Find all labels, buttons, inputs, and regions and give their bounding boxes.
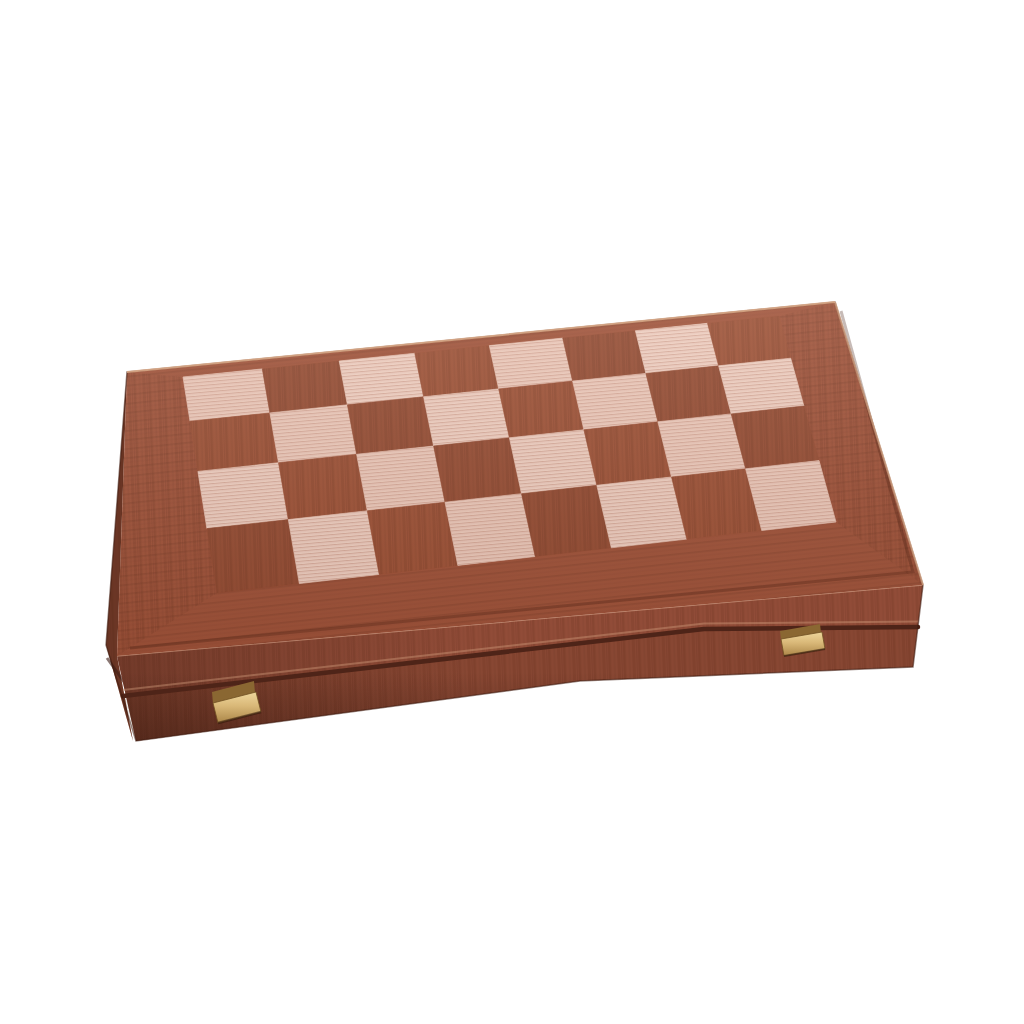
product-photo-stage — [0, 0, 1024, 1024]
wooden-chess-backgammon-case — [0, 0, 1024, 1024]
